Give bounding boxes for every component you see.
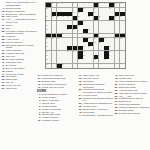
grid-cell[interactable] bbox=[62, 21, 67, 25]
grid-cell[interactable]: 67 bbox=[94, 59, 99, 63]
cell-number: 22 bbox=[62, 16, 64, 18]
cell-number: 36 bbox=[67, 29, 69, 31]
cell-number: 21 bbox=[57, 16, 59, 18]
grid-cell[interactable] bbox=[67, 59, 72, 63]
cell-number: 62 bbox=[46, 55, 48, 57]
grid-cell[interactable] bbox=[88, 21, 93, 25]
cell-number: 39 bbox=[62, 33, 64, 35]
grid-cell[interactable] bbox=[57, 51, 62, 55]
grid-cell[interactable] bbox=[120, 42, 125, 46]
grid-cell[interactable] bbox=[83, 64, 88, 68]
clue-column-middle: 64.Feathered neckwear67.Undersized bonus… bbox=[37, 74, 77, 150]
grid-cell[interactable]: 38 bbox=[88, 29, 93, 33]
cell-number: 42 bbox=[52, 38, 54, 40]
grid-cell[interactable]: 44 bbox=[88, 38, 93, 42]
grid-cell[interactable] bbox=[120, 55, 125, 59]
grid-cell[interactable] bbox=[57, 59, 62, 63]
cell-number: 34 bbox=[78, 25, 80, 27]
grid-cell[interactable] bbox=[115, 8, 120, 12]
grid-cell[interactable] bbox=[104, 64, 109, 68]
grid-cell[interactable] bbox=[99, 21, 104, 25]
grid-cell[interactable] bbox=[109, 12, 114, 16]
grid-cell[interactable] bbox=[52, 25, 57, 29]
clue-item: 25.Like many rumors preceding a characte… bbox=[1, 29, 37, 34]
grid-cell[interactable]: 26 bbox=[99, 16, 104, 20]
cell-number: 64 bbox=[109, 55, 111, 57]
cell-number: 50 bbox=[83, 42, 85, 44]
grid-cell[interactable]: 51 bbox=[94, 42, 99, 46]
cell-number: 20 bbox=[52, 16, 54, 18]
clue-item: 10.Jeopardy chance bbox=[37, 119, 77, 122]
grid-cell[interactable] bbox=[88, 55, 93, 59]
grid-cell[interactable] bbox=[94, 64, 99, 68]
grid-cell[interactable] bbox=[120, 29, 125, 33]
cell-number: 48 bbox=[120, 38, 122, 40]
grid-cell[interactable] bbox=[104, 25, 109, 29]
grid-cell[interactable] bbox=[115, 59, 120, 63]
grid-cell[interactable]: 43 bbox=[57, 38, 62, 42]
grid-cell[interactable] bbox=[109, 29, 114, 33]
cell-number: 37 bbox=[73, 29, 75, 31]
grid-cell[interactable] bbox=[94, 51, 99, 55]
grid-cell[interactable] bbox=[88, 51, 93, 55]
grid-cell[interactable] bbox=[94, 29, 99, 33]
grid-cell[interactable]: 64 bbox=[109, 55, 114, 59]
grid-cell[interactable]: 20 bbox=[52, 16, 57, 20]
grid-cell[interactable]: 23 bbox=[67, 16, 72, 20]
grid-cell-black bbox=[78, 51, 83, 55]
grid-cell[interactable]: 13 bbox=[83, 8, 88, 12]
grid-cell[interactable] bbox=[57, 8, 62, 12]
grid-cell[interactable]: 8 bbox=[99, 3, 104, 7]
grid-cell[interactable] bbox=[88, 64, 93, 68]
grid-cell[interactable]: 63 bbox=[83, 55, 88, 59]
grid-cell[interactable] bbox=[62, 38, 67, 42]
grid-cell[interactable] bbox=[67, 64, 72, 68]
grid-cell[interactable] bbox=[120, 59, 125, 63]
grid-cell[interactable] bbox=[52, 55, 57, 59]
cell-number: 17 bbox=[78, 12, 80, 14]
cell-number: 12 bbox=[46, 8, 48, 10]
grid-cell[interactable]: 31 bbox=[94, 21, 99, 25]
grid-cell[interactable] bbox=[57, 25, 62, 29]
grid-cell[interactable] bbox=[78, 38, 83, 42]
cell-number: 56 bbox=[109, 46, 111, 48]
grid-cell[interactable]: 34 bbox=[78, 25, 83, 29]
grid-cell[interactable] bbox=[52, 29, 57, 33]
grid-cell[interactable] bbox=[73, 42, 78, 46]
clue-item: asks if you lost sources, per a whistleb… bbox=[1, 1, 37, 6]
grid-cell[interactable]: 11 bbox=[120, 3, 125, 7]
cell-number: 61 bbox=[109, 51, 111, 53]
grid-cell[interactable] bbox=[57, 42, 62, 46]
grid-cell[interactable] bbox=[52, 59, 57, 63]
grid-cell[interactable]: 46 bbox=[104, 38, 109, 42]
grid-cell[interactable]: 1 bbox=[52, 3, 57, 7]
clue-item: 68.Certain room making bbox=[114, 112, 150, 115]
grid-cell[interactable] bbox=[52, 42, 57, 46]
cell-number: 10 bbox=[115, 3, 117, 5]
grid-cell[interactable] bbox=[120, 25, 125, 29]
grid-cell[interactable]: 66 bbox=[78, 59, 83, 63]
grid-cell[interactable] bbox=[109, 34, 114, 38]
grid-cell[interactable] bbox=[57, 21, 62, 25]
clue-item: 57.Chop finely bbox=[1, 87, 37, 90]
cell-number: 58 bbox=[67, 51, 69, 53]
grid-cell[interactable]: 12 bbox=[46, 8, 51, 12]
grid-cell[interactable] bbox=[73, 55, 78, 59]
grid-cell[interactable] bbox=[67, 42, 72, 46]
grid-cell[interactable] bbox=[120, 51, 125, 55]
grid-cell[interactable] bbox=[94, 46, 99, 50]
grid-cell[interactable] bbox=[115, 46, 120, 50]
cell-number: 28 bbox=[120, 16, 122, 18]
cell-number: 38 bbox=[88, 29, 90, 31]
cell-number: 66 bbox=[78, 59, 80, 61]
grid-cell[interactable] bbox=[52, 46, 57, 50]
grid-cell[interactable] bbox=[99, 64, 104, 68]
down-clues-1-10: 1.Root vegetable in a stew2.Peace symbol… bbox=[37, 93, 77, 122]
grid-cell[interactable] bbox=[104, 29, 109, 33]
grid-cell[interactable]: 68 bbox=[104, 59, 109, 63]
cell-number: 7 bbox=[88, 3, 89, 5]
cell-number: 51 bbox=[94, 42, 96, 44]
cell-number: 57 bbox=[46, 51, 48, 53]
grid-cell[interactable] bbox=[99, 59, 104, 63]
cell-number: 54 bbox=[83, 46, 85, 48]
grid-cell[interactable]: 5 bbox=[73, 3, 78, 7]
grid-cell[interactable] bbox=[73, 64, 78, 68]
grid-cell[interactable] bbox=[52, 8, 57, 12]
clue-text: Like many rumors preceding a character's… bbox=[6, 29, 37, 34]
grid-cell[interactable] bbox=[67, 8, 72, 12]
grid-cell[interactable] bbox=[120, 64, 125, 68]
grid-cell[interactable]: 48 bbox=[120, 38, 125, 42]
cell-number: 49 bbox=[46, 42, 48, 44]
grid-cell[interactable] bbox=[99, 46, 104, 50]
grid-cell[interactable] bbox=[78, 3, 83, 7]
clue-text: asks if you lost sources, per a whistleb… bbox=[6, 1, 37, 6]
clue-text: Workplace's scholarly periodical? bbox=[83, 83, 115, 88]
cell-number: 19 bbox=[46, 16, 48, 18]
grid-cell-black bbox=[57, 64, 62, 68]
grid-cell[interactable] bbox=[109, 38, 114, 42]
grid-cell[interactable]: 35 bbox=[46, 29, 51, 33]
grid-cell[interactable] bbox=[62, 8, 67, 12]
grid-cell[interactable]: 58 bbox=[67, 51, 72, 55]
grid-cell[interactable] bbox=[83, 59, 88, 63]
clue-text: Latest "Top Tier" prize bbox=[42, 86, 77, 89]
clue-text: Persian positiveness expressed by Oscar … bbox=[83, 88, 115, 93]
grid-cell[interactable]: 42 bbox=[52, 38, 57, 42]
cell-number: 53 bbox=[46, 46, 48, 48]
grid-cell[interactable] bbox=[78, 29, 83, 33]
grid-cell[interactable] bbox=[99, 51, 104, 55]
cell-number: 8 bbox=[99, 3, 100, 5]
grid-cell[interactable]: 37 bbox=[73, 29, 78, 33]
cell-number: 6 bbox=[83, 3, 84, 5]
crossword-grid: 1234567891011121314151617181920212223242… bbox=[45, 2, 126, 69]
cell-number: 55 bbox=[88, 46, 90, 48]
grid-cell[interactable] bbox=[115, 42, 120, 46]
grid-cell[interactable] bbox=[109, 64, 114, 68]
grid-cell[interactable] bbox=[94, 25, 99, 29]
grid-cell[interactable] bbox=[78, 64, 83, 68]
grid-cell[interactable] bbox=[73, 21, 78, 25]
grid-cell[interactable] bbox=[67, 21, 72, 25]
cell-number: 32 bbox=[109, 20, 111, 22]
cell-number: 67 bbox=[94, 59, 96, 61]
cell-number: 14 bbox=[94, 8, 96, 10]
grid-cell[interactable]: 27 bbox=[115, 16, 120, 20]
grid-cell[interactable]: 18 bbox=[94, 12, 99, 16]
grid-cell[interactable]: 39 bbox=[62, 34, 67, 38]
grid-cell[interactable]: 47 bbox=[115, 38, 120, 42]
clue-item: 71.Latest "Top Tier" prize bbox=[37, 86, 77, 89]
grid-cell[interactable] bbox=[109, 59, 114, 63]
grid-cell[interactable] bbox=[120, 21, 125, 25]
grid-cell[interactable] bbox=[57, 46, 62, 50]
cell-number: 4 bbox=[67, 3, 68, 5]
grid-cell[interactable]: 69 bbox=[46, 64, 51, 68]
crossword-grid-cells: 1234567891011121314151617181920212223242… bbox=[46, 3, 124, 67]
grid-cell[interactable] bbox=[115, 64, 120, 68]
grid-cell[interactable]: 28 bbox=[120, 16, 125, 20]
cell-number: 44 bbox=[88, 38, 90, 40]
clue-item: 17."You ___ watching the thriller" (horr… bbox=[1, 18, 37, 23]
cell-number: 65 bbox=[46, 59, 48, 61]
grid-cell[interactable]: 59 bbox=[73, 51, 78, 55]
cell-number: 63 bbox=[83, 55, 85, 57]
grid-cell[interactable] bbox=[57, 29, 62, 33]
clue-item: 30.End-game strategy in some sports bbox=[1, 44, 37, 49]
cell-number: 59 bbox=[73, 51, 75, 53]
grid-cell[interactable] bbox=[52, 64, 57, 68]
grid-cell[interactable] bbox=[115, 29, 120, 33]
cell-number: 47 bbox=[115, 38, 117, 40]
cell-number: 33 bbox=[46, 25, 48, 27]
cell-number: 35 bbox=[46, 29, 48, 31]
grid-cell[interactable] bbox=[88, 8, 93, 12]
grid-cell[interactable] bbox=[57, 55, 62, 59]
clue-text: Chop finely bbox=[6, 87, 37, 90]
cell-number: 43 bbox=[57, 38, 59, 40]
cell-number: 3 bbox=[62, 3, 63, 5]
grid-cell[interactable] bbox=[73, 59, 78, 63]
clue-text: End-game strategy in some sports bbox=[6, 44, 37, 49]
cell-number: 68 bbox=[104, 59, 106, 61]
grid-cell[interactable]: 7 bbox=[88, 3, 93, 7]
cell-number: 16 bbox=[73, 12, 75, 14]
cell-number: 45 bbox=[94, 38, 96, 40]
grid-cell[interactable] bbox=[52, 21, 57, 25]
grid-cell[interactable]: 70 bbox=[62, 64, 67, 68]
grid-cell[interactable]: 2 bbox=[57, 3, 62, 7]
grid-cell-black bbox=[78, 46, 83, 50]
grid-cell[interactable] bbox=[78, 42, 83, 46]
cell-number: 15 bbox=[109, 8, 111, 10]
grid-cell[interactable] bbox=[73, 38, 78, 42]
clue-item: 26.Crowded first English Channel, e.g. bbox=[78, 97, 115, 102]
grid-cell[interactable] bbox=[99, 55, 104, 59]
grid-cell[interactable]: 36 bbox=[67, 29, 72, 33]
grid-cell[interactable] bbox=[78, 34, 83, 38]
cell-number: 29 bbox=[46, 20, 48, 22]
grid-cell[interactable]: 4 bbox=[67, 3, 72, 7]
grid-cell[interactable]: 16 bbox=[73, 12, 78, 16]
grid-cell[interactable] bbox=[109, 25, 114, 29]
cell-number: 69 bbox=[46, 64, 48, 66]
grid-cell[interactable] bbox=[120, 8, 125, 12]
clue-item: 22.Persian positiveness expressed by Osc… bbox=[78, 88, 115, 93]
grid-cell[interactable] bbox=[62, 42, 67, 46]
clue-column-across-left: asks if you lost sources, per a whistleb… bbox=[1, 1, 37, 149]
grid-cell[interactable] bbox=[99, 25, 104, 29]
cell-number: 2 bbox=[57, 3, 58, 5]
cell-number: 31 bbox=[94, 20, 96, 22]
clue-text: Jeopardy chance bbox=[42, 119, 77, 122]
cell-number: 13 bbox=[83, 8, 85, 10]
grid-cell[interactable] bbox=[115, 21, 120, 25]
cell-number: 25 bbox=[88, 16, 90, 18]
grid-cell[interactable]: 30 bbox=[83, 21, 88, 25]
grid-cell[interactable] bbox=[115, 55, 120, 59]
cell-number: 1 bbox=[52, 3, 53, 5]
clue-text: Demolishing, in British society bbox=[83, 114, 115, 117]
cell-number: 60 bbox=[83, 51, 85, 53]
cell-number: 11 bbox=[120, 3, 122, 5]
clue-column-down-right: 46.Once worn out48.Identity party49.Make… bbox=[114, 74, 150, 150]
clue-column-down-mid: 11."Elder Care" org.12.This way, briefly… bbox=[78, 74, 115, 150]
grid-cell[interactable] bbox=[67, 34, 72, 38]
clue-item: 18.Workplace's scholarly periodical? bbox=[78, 83, 115, 88]
cell-number: 41 bbox=[46, 38, 48, 40]
cell-number: 24 bbox=[78, 16, 80, 18]
cell-number: 52 bbox=[99, 42, 101, 44]
grid-cell[interactable] bbox=[62, 55, 67, 59]
cell-number: 27 bbox=[115, 16, 117, 18]
clue-text: Certain room making bbox=[119, 112, 150, 115]
grid-cell[interactable] bbox=[120, 46, 125, 50]
grid-cell[interactable] bbox=[88, 59, 93, 63]
cell-number: 70 bbox=[62, 64, 64, 66]
cell-number: 23 bbox=[67, 16, 69, 18]
grid-cell[interactable] bbox=[99, 8, 104, 12]
grid-cell[interactable]: 24 bbox=[78, 16, 83, 20]
grid-cell[interactable]: 40 bbox=[99, 34, 104, 38]
grid-cell[interactable]: 52 bbox=[99, 42, 104, 46]
grid-cell[interactable] bbox=[67, 38, 72, 42]
grid-cell[interactable]: 55 bbox=[88, 46, 93, 50]
clue-text: Crowded first English Channel, e.g. bbox=[83, 97, 115, 102]
grid-cell[interactable]: 15 bbox=[109, 8, 114, 12]
cell-number: 40 bbox=[99, 33, 101, 35]
cell-number: 18 bbox=[94, 12, 96, 14]
grid-cell[interactable]: 32 bbox=[109, 21, 114, 25]
grid-cell-black bbox=[73, 16, 78, 20]
cell-number: 5 bbox=[73, 3, 74, 5]
grid-cell[interactable] bbox=[52, 51, 57, 55]
grid-cell[interactable] bbox=[115, 25, 120, 29]
cell-number: 26 bbox=[99, 16, 101, 18]
grid-cell[interactable] bbox=[104, 12, 109, 16]
clue-item: 44.Demolishing, in British society bbox=[78, 114, 115, 117]
grid-cell[interactable] bbox=[73, 34, 78, 38]
cell-number: 30 bbox=[83, 20, 85, 22]
grid-cell[interactable] bbox=[115, 51, 120, 55]
grid-cell[interactable] bbox=[67, 55, 72, 59]
grid-cell[interactable]: 21 bbox=[57, 16, 62, 20]
clue-text: "You ___ watching the thriller" (horror … bbox=[6, 18, 37, 23]
grid-cell[interactable]: 10 bbox=[115, 3, 120, 7]
cell-number: 46 bbox=[104, 38, 106, 40]
grid-cell[interactable]: 25 bbox=[88, 16, 93, 20]
across-clues-tail: 64.Feathered neckwear67.Undersized bonus… bbox=[37, 74, 77, 88]
cell-number: 9 bbox=[104, 3, 105, 5]
